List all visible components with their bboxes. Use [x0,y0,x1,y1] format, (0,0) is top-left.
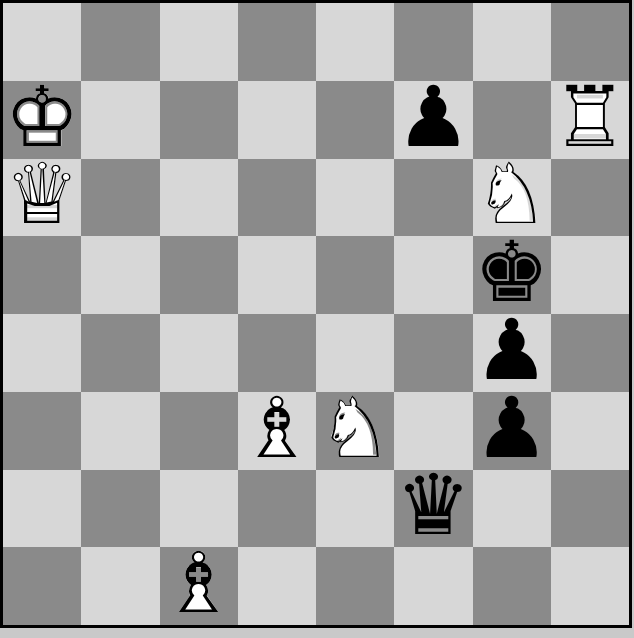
black-piece-glyph: ♛ [394,467,472,545]
white-piece-fill: ♞ [473,156,551,234]
square-d3[interactable]: ♝♗ [238,392,316,470]
square-c5[interactable] [160,236,238,314]
square-a3[interactable] [3,392,81,470]
white-piece-outline: ♔ [3,78,81,156]
square-a4[interactable] [3,314,81,392]
white-piece-outline: ♘ [473,156,551,234]
white-piece-fill: ♝ [238,389,316,467]
square-h7[interactable]: ♜♖ [551,81,629,159]
square-g1[interactable] [473,547,551,625]
square-d2[interactable] [238,470,316,548]
square-c4[interactable] [160,314,238,392]
square-g3[interactable]: ♟ [473,392,551,470]
square-c7[interactable] [160,81,238,159]
square-c6[interactable] [160,159,238,237]
square-g5[interactable]: ♚ [473,236,551,314]
square-h5[interactable] [551,236,629,314]
white-piece-fill: ♛ [3,156,81,234]
piece-white-rook[interactable]: ♜♖ [551,81,629,159]
square-b7[interactable] [81,81,159,159]
black-piece-glyph: ♟ [473,311,551,389]
black-piece-glyph: ♟ [473,389,551,467]
white-piece-outline: ♗ [238,389,316,467]
square-a1[interactable] [3,547,81,625]
square-g4[interactable]: ♟ [473,314,551,392]
square-b3[interactable] [81,392,159,470]
white-piece-fill: ♝ [160,544,238,622]
square-a6[interactable]: ♛♕ [3,159,81,237]
square-e8[interactable] [316,3,394,81]
square-c8[interactable] [160,3,238,81]
square-g7[interactable] [473,81,551,159]
black-piece-glyph: ♟ [394,78,472,156]
square-f2[interactable]: ♛ [394,470,472,548]
chess-board: ♚♔♟♜♖♛♕♞♘♚♟♝♗♞♘♟♛♝♗ [3,3,629,625]
square-d4[interactable] [238,314,316,392]
piece-white-knight[interactable]: ♞♘ [473,159,551,237]
square-e5[interactable] [316,236,394,314]
square-d1[interactable] [238,547,316,625]
piece-white-knight[interactable]: ♞♘ [316,392,394,470]
square-b1[interactable] [81,547,159,625]
square-c2[interactable] [160,470,238,548]
square-e2[interactable] [316,470,394,548]
piece-white-bishop[interactable]: ♝♗ [238,392,316,470]
square-b8[interactable] [81,3,159,81]
square-e3[interactable]: ♞♘ [316,392,394,470]
white-piece-outline: ♘ [316,389,394,467]
square-h8[interactable] [551,3,629,81]
square-d8[interactable] [238,3,316,81]
square-f8[interactable] [394,3,472,81]
square-a7[interactable]: ♚♔ [3,81,81,159]
square-f6[interactable] [394,159,472,237]
square-f3[interactable] [394,392,472,470]
square-h4[interactable] [551,314,629,392]
square-f4[interactable] [394,314,472,392]
piece-black-king[interactable]: ♚ [473,236,551,314]
piece-black-pawn[interactable]: ♟ [394,81,472,159]
piece-white-bishop[interactable]: ♝♗ [160,547,238,625]
square-a8[interactable] [3,3,81,81]
piece-white-queen[interactable]: ♛♕ [3,159,81,237]
square-b5[interactable] [81,236,159,314]
square-f7[interactable]: ♟ [394,81,472,159]
square-f1[interactable] [394,547,472,625]
square-d6[interactable] [238,159,316,237]
square-b2[interactable] [81,470,159,548]
white-piece-outline: ♖ [551,78,629,156]
square-d5[interactable] [238,236,316,314]
black-piece-glyph: ♚ [473,233,551,311]
piece-black-pawn[interactable]: ♟ [473,392,551,470]
square-h6[interactable] [551,159,629,237]
square-b4[interactable] [81,314,159,392]
white-piece-fill: ♞ [316,389,394,467]
white-piece-fill: ♜ [551,78,629,156]
piece-white-king[interactable]: ♚♔ [3,81,81,159]
board-frame: ♚♔♟♜♖♛♕♞♘♚♟♝♗♞♘♟♛♝♗ [0,0,632,628]
white-piece-outline: ♗ [160,544,238,622]
square-a2[interactable] [3,470,81,548]
white-piece-outline: ♕ [3,156,81,234]
square-f5[interactable] [394,236,472,314]
square-g6[interactable]: ♞♘ [473,159,551,237]
square-h2[interactable] [551,470,629,548]
square-b6[interactable] [81,159,159,237]
square-h3[interactable] [551,392,629,470]
piece-black-pawn[interactable]: ♟ [473,314,551,392]
square-g2[interactable] [473,470,551,548]
square-d7[interactable] [238,81,316,159]
square-e4[interactable] [316,314,394,392]
square-e1[interactable] [316,547,394,625]
square-a5[interactable] [3,236,81,314]
white-piece-fill: ♚ [3,78,81,156]
square-c3[interactable] [160,392,238,470]
square-g8[interactable] [473,3,551,81]
square-c1[interactable]: ♝♗ [160,547,238,625]
piece-black-queen[interactable]: ♛ [394,470,472,548]
square-e7[interactable] [316,81,394,159]
square-e6[interactable] [316,159,394,237]
square-h1[interactable] [551,547,629,625]
chess-app-window: ♚♔♟♜♖♛♕♞♘♚♟♝♗♞♘♟♛♝♗ [0,0,634,638]
